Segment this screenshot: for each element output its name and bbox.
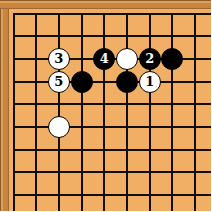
- grid-vertical-line: [171, 13, 173, 212]
- stone-white-3: 3: [48, 48, 70, 70]
- stone-white-5: 5: [48, 71, 70, 93]
- stone-white: [116, 48, 138, 70]
- grid-horizontal-line: [13, 171, 212, 173]
- grid-vertical-line: [194, 13, 196, 212]
- stone-black-2: 2: [139, 48, 161, 70]
- stone-move-number: 3: [54, 52, 63, 65]
- grid-vertical-line: [149, 13, 151, 212]
- stone-black: [116, 71, 138, 93]
- grid-vertical-line: [81, 13, 83, 212]
- go-board-diagram: 34251: [0, 0, 211, 211]
- grid-horizontal-line: [13, 126, 212, 128]
- stone-white-1: 1: [139, 71, 161, 93]
- grid-vertical-line: [35, 13, 37, 212]
- grid-vertical-line: [13, 13, 15, 212]
- stone-black: [71, 71, 93, 93]
- stone-move-number: 1: [145, 75, 154, 88]
- grid-horizontal-line: [13, 194, 212, 196]
- board-frame-top: [0, 0, 211, 9]
- grid-vertical-line: [58, 13, 60, 212]
- grid-horizontal-line: [13, 13, 212, 15]
- stone-move-number: 2: [145, 52, 154, 65]
- board-surface: [0, 0, 211, 211]
- stone-white: [48, 116, 70, 138]
- stone-move-number: 4: [100, 52, 109, 65]
- stone-move-number: 5: [54, 75, 63, 88]
- grid-vertical-line: [126, 13, 128, 212]
- grid-horizontal-line: [13, 103, 212, 105]
- grid-horizontal-line: [13, 35, 212, 37]
- board-frame-left: [0, 0, 9, 211]
- grid-horizontal-line: [13, 81, 212, 83]
- grid-horizontal-line: [13, 149, 212, 151]
- grid-vertical-line: [103, 13, 105, 212]
